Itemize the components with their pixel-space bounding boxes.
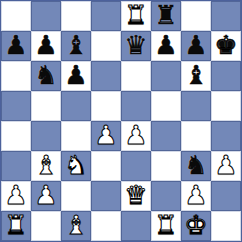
square-b2[interactable]: ♟ bbox=[31, 181, 61, 211]
white-king-icon[interactable]: ♚ bbox=[184, 212, 207, 238]
white-bishop-icon[interactable]: ♝ bbox=[34, 152, 57, 178]
white-knight-icon[interactable]: ♞ bbox=[64, 152, 87, 178]
square-h1[interactable] bbox=[211, 211, 241, 241]
square-d8[interactable] bbox=[91, 1, 121, 31]
square-d7[interactable] bbox=[91, 31, 121, 61]
white-pawn-icon[interactable]: ♟ bbox=[124, 122, 147, 148]
square-a5[interactable] bbox=[1, 91, 31, 121]
black-knight-icon[interactable]: ♞ bbox=[34, 62, 57, 88]
square-e2[interactable]: ♛ bbox=[121, 181, 151, 211]
square-g5[interactable] bbox=[181, 91, 211, 121]
white-rook-icon[interactable]: ♜ bbox=[4, 212, 27, 238]
black-rook-icon[interactable]: ♜ bbox=[154, 2, 177, 28]
black-queen-icon[interactable]: ♛ bbox=[124, 32, 147, 58]
black-bishop-icon[interactable]: ♝ bbox=[184, 62, 207, 88]
square-a8[interactable] bbox=[1, 1, 31, 31]
square-c1[interactable]: ♝ bbox=[61, 211, 91, 241]
square-h7[interactable]: ♚ bbox=[211, 31, 241, 61]
square-h2[interactable] bbox=[211, 181, 241, 211]
square-d3[interactable] bbox=[91, 151, 121, 181]
square-f6[interactable] bbox=[151, 61, 181, 91]
square-c6[interactable]: ♟ bbox=[61, 61, 91, 91]
square-h6[interactable] bbox=[211, 61, 241, 91]
square-g3[interactable]: ♞ bbox=[181, 151, 211, 181]
square-a3[interactable] bbox=[1, 151, 31, 181]
square-c2[interactable] bbox=[61, 181, 91, 211]
square-h3[interactable]: ♟ bbox=[211, 151, 241, 181]
white-pawn-icon[interactable]: ♟ bbox=[184, 182, 207, 208]
white-pawn-icon[interactable]: ♟ bbox=[214, 152, 237, 178]
square-c5[interactable] bbox=[61, 91, 91, 121]
square-g4[interactable] bbox=[181, 121, 211, 151]
square-g1[interactable]: ♚ bbox=[181, 211, 211, 241]
square-e1[interactable] bbox=[121, 211, 151, 241]
black-knight-icon[interactable]: ♞ bbox=[184, 152, 207, 178]
square-c7[interactable]: ♝ bbox=[61, 31, 91, 61]
white-rook-icon[interactable]: ♜ bbox=[124, 2, 147, 28]
square-g8[interactable] bbox=[181, 1, 211, 31]
square-f3[interactable] bbox=[151, 151, 181, 181]
square-c3[interactable]: ♞ bbox=[61, 151, 91, 181]
square-e3[interactable] bbox=[121, 151, 151, 181]
square-a6[interactable] bbox=[1, 61, 31, 91]
chess-board: ♜♜♟♟♝♛♟♟♚♞♟♝♟♟♝♞♞♟♟♟♛♟♜♝♜♚ bbox=[0, 0, 242, 242]
white-pawn-icon[interactable]: ♟ bbox=[94, 122, 117, 148]
square-d1[interactable] bbox=[91, 211, 121, 241]
square-d5[interactable] bbox=[91, 91, 121, 121]
black-pawn-icon[interactable]: ♟ bbox=[64, 62, 87, 88]
square-g7[interactable]: ♟ bbox=[181, 31, 211, 61]
square-e7[interactable]: ♛ bbox=[121, 31, 151, 61]
black-pawn-icon[interactable]: ♟ bbox=[4, 32, 27, 58]
square-f8[interactable]: ♜ bbox=[151, 1, 181, 31]
square-f2[interactable] bbox=[151, 181, 181, 211]
white-bishop-icon[interactable]: ♝ bbox=[64, 212, 87, 238]
square-a7[interactable]: ♟ bbox=[1, 31, 31, 61]
white-pawn-icon[interactable]: ♟ bbox=[34, 182, 57, 208]
square-h4[interactable] bbox=[211, 121, 241, 151]
square-b1[interactable] bbox=[31, 211, 61, 241]
black-pawn-icon[interactable]: ♟ bbox=[34, 32, 57, 58]
square-f1[interactable]: ♜ bbox=[151, 211, 181, 241]
square-e8[interactable]: ♜ bbox=[121, 1, 151, 31]
black-bishop-icon[interactable]: ♝ bbox=[64, 32, 87, 58]
square-a1[interactable]: ♜ bbox=[1, 211, 31, 241]
white-rook-icon[interactable]: ♜ bbox=[154, 212, 177, 238]
white-queen-icon[interactable]: ♛ bbox=[124, 182, 147, 208]
square-g6[interactable]: ♝ bbox=[181, 61, 211, 91]
black-pawn-icon[interactable]: ♟ bbox=[184, 32, 207, 58]
square-d6[interactable] bbox=[91, 61, 121, 91]
square-h5[interactable] bbox=[211, 91, 241, 121]
square-c8[interactable] bbox=[61, 1, 91, 31]
square-b6[interactable]: ♞ bbox=[31, 61, 61, 91]
square-b8[interactable] bbox=[31, 1, 61, 31]
square-b5[interactable] bbox=[31, 91, 61, 121]
square-a2[interactable]: ♟ bbox=[1, 181, 31, 211]
square-d4[interactable]: ♟ bbox=[91, 121, 121, 151]
square-h8[interactable] bbox=[211, 1, 241, 31]
square-b4[interactable] bbox=[31, 121, 61, 151]
square-f7[interactable]: ♟ bbox=[151, 31, 181, 61]
square-g2[interactable]: ♟ bbox=[181, 181, 211, 211]
black-pawn-icon[interactable]: ♟ bbox=[154, 32, 177, 58]
square-c4[interactable] bbox=[61, 121, 91, 151]
square-f4[interactable] bbox=[151, 121, 181, 151]
black-king-icon[interactable]: ♚ bbox=[214, 32, 237, 58]
square-a4[interactable] bbox=[1, 121, 31, 151]
square-e5[interactable] bbox=[121, 91, 151, 121]
square-e6[interactable] bbox=[121, 61, 151, 91]
white-pawn-icon[interactable]: ♟ bbox=[4, 182, 27, 208]
square-b7[interactable]: ♟ bbox=[31, 31, 61, 61]
square-d2[interactable] bbox=[91, 181, 121, 211]
square-e4[interactable]: ♟ bbox=[121, 121, 151, 151]
square-b3[interactable]: ♝ bbox=[31, 151, 61, 181]
square-f5[interactable] bbox=[151, 91, 181, 121]
